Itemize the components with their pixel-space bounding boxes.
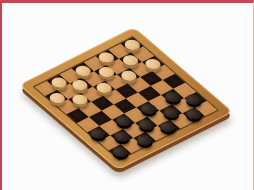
board-scene <box>2 3 253 190</box>
board-grid <box>34 37 219 160</box>
playing-area <box>33 36 220 161</box>
product-photo <box>0 0 254 190</box>
checkers-board <box>19 27 233 170</box>
